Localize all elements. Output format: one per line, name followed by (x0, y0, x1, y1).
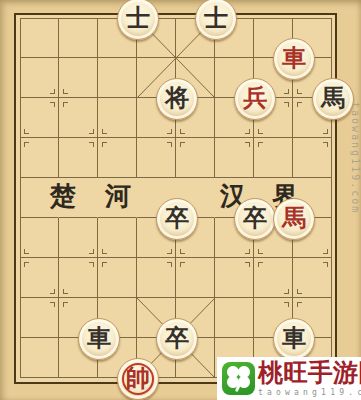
piece-black-chariot[interactable]: 車 (78, 318, 120, 360)
piece-character: 馬 (282, 206, 306, 230)
grid-cell (176, 258, 215, 298)
grid-cell (254, 258, 293, 298)
piece-character: 卒 (243, 206, 267, 230)
side-watermark-url: taowang119.com (350, 102, 361, 252)
grid-cell (98, 98, 137, 138)
piece-character: 士 (126, 6, 150, 30)
grid-cell (20, 18, 59, 58)
piece-character: 帥 (126, 366, 150, 390)
grid-cell (98, 58, 137, 98)
grid-cell (98, 258, 137, 298)
piece-black-general[interactable]: 将 (156, 78, 198, 120)
piece-black-chariot[interactable]: 車 (273, 318, 315, 360)
piece-black-advisor[interactable]: 士 (117, 0, 159, 40)
grid-cell (59, 98, 98, 138)
watermark-banner: 桃旺手游网 taowang119.com (217, 357, 361, 400)
grid-cell (176, 138, 215, 178)
grid-cell (20, 258, 59, 298)
grid-cell (59, 138, 98, 178)
piece-character: 兵 (243, 86, 267, 110)
piece-character: 車 (282, 46, 306, 70)
grid-cell (20, 138, 59, 178)
grid-cell (215, 258, 254, 298)
river-label: 楚 (50, 179, 76, 214)
piece-red-chariot[interactable]: 車 (273, 38, 315, 80)
grid-cell (215, 138, 254, 178)
piece-character: 卒 (165, 326, 189, 350)
piece-black-horse[interactable]: 馬 (312, 78, 354, 120)
piece-black-soldier[interactable]: 卒 (156, 198, 198, 240)
grid-cell (137, 138, 176, 178)
piece-black-advisor[interactable]: 士 (195, 0, 237, 40)
grid-cell (20, 98, 59, 138)
grid-cell (254, 138, 293, 178)
grid-cell (59, 18, 98, 58)
river-label: 河 (105, 179, 131, 214)
grid-cell (59, 218, 98, 258)
piece-black-soldier[interactable]: 卒 (156, 318, 198, 360)
piece-black-soldier[interactable]: 卒 (234, 198, 276, 240)
piece-character: 馬 (321, 86, 345, 110)
grid-cell (20, 338, 59, 378)
piece-character: 将 (165, 86, 189, 110)
grid-cell (20, 58, 59, 98)
watermark-site-url: taowang119.com (258, 388, 361, 397)
grid-cell (20, 218, 59, 258)
piece-character: 車 (282, 326, 306, 350)
watermark-site-title: 桃旺手游网 (258, 360, 361, 386)
piece-character: 卒 (165, 206, 189, 230)
watermark-text-column: 桃旺手游网 taowang119.com (258, 360, 361, 396)
grid-cell (293, 258, 332, 298)
piece-red-horse[interactable]: 馬 (273, 198, 315, 240)
grid-cell (137, 258, 176, 298)
grid-cell (215, 298, 254, 338)
piece-character: 車 (87, 326, 111, 350)
piece-red-soldier[interactable]: 兵 (234, 78, 276, 120)
grid-cell (293, 138, 332, 178)
grid-cell (59, 258, 98, 298)
grid-cell (20, 298, 59, 338)
grid-cell (98, 138, 137, 178)
xiangqi-game-screenshot: 楚河汉界 士士車将兵馬卒卒馬車卒車帥 taowang119.com 桃旺手游网 … (0, 0, 361, 400)
piece-character: 士 (204, 6, 228, 30)
clover-icon (222, 362, 255, 395)
grid-cell (98, 218, 137, 258)
grid-cell (59, 58, 98, 98)
piece-red-general[interactable]: 帥 (117, 358, 159, 400)
